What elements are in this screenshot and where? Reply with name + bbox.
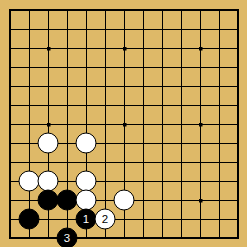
white-stone-circle [19, 171, 39, 191]
go-diagram: 123 [0, 0, 247, 247]
white-stone [38, 133, 58, 153]
black-stone-move-3: 3 [57, 228, 77, 247]
star-point [199, 47, 203, 51]
star-point [123, 47, 127, 51]
star-point [47, 47, 51, 51]
white-stone [76, 171, 96, 191]
black-stone-circle [57, 190, 77, 210]
white-stone [76, 190, 96, 210]
black-stone [57, 190, 77, 210]
black-stone [38, 190, 58, 210]
move-number-label: 2 [102, 213, 108, 225]
white-stone [76, 133, 96, 153]
move-number-label: 1 [83, 213, 89, 225]
star-point [123, 123, 127, 127]
white-stone-circle [38, 171, 58, 191]
move-number-label: 3 [64, 232, 70, 244]
white-stone-circle [76, 171, 96, 191]
black-stone [19, 209, 39, 229]
star-point [199, 199, 203, 203]
white-stone-circle [76, 133, 96, 153]
white-stone-circle [114, 190, 134, 210]
black-stone-circle [38, 190, 58, 210]
white-stone-move-2: 2 [95, 209, 115, 229]
star-point [47, 123, 51, 127]
white-stone [38, 171, 58, 191]
white-stone [19, 171, 39, 191]
white-stone-circle [76, 190, 96, 210]
black-stone-circle [19, 209, 39, 229]
go-board[interactable]: 123 [0, 0, 247, 247]
white-stone [114, 190, 134, 210]
black-stone-move-1: 1 [76, 209, 96, 229]
star-point [199, 123, 203, 127]
white-stone-circle [38, 133, 58, 153]
